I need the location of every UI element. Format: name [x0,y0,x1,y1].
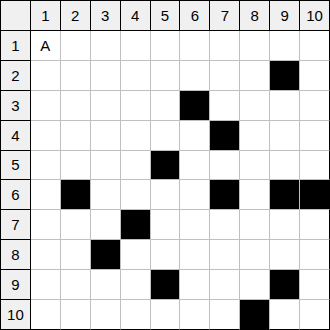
cell-r8c9[interactable] [270,240,300,270]
cell-r3c4[interactable] [121,91,151,121]
cell-r5c9[interactable] [270,151,300,181]
cell-r6c4[interactable] [121,180,151,210]
cell-r5c3[interactable] [91,151,121,181]
cell-r6c2[interactable] [61,180,91,210]
cell-r6c1[interactable] [31,180,61,210]
cell-r2c6[interactable] [180,61,210,91]
cell-r6c3[interactable] [91,180,121,210]
cell-r3c7[interactable] [210,91,240,121]
col-header-8: 8 [240,1,270,31]
cell-r5c2[interactable] [61,151,91,181]
cell-r8c10[interactable] [300,240,330,270]
cell-r5c10[interactable] [300,151,330,181]
col-header-5: 5 [151,1,181,31]
cell-r2c5[interactable] [151,61,181,91]
cell-r4c4[interactable] [121,121,151,151]
cell-r8c8[interactable] [240,240,270,270]
cell-r7c2[interactable] [61,210,91,240]
cell-r3c5[interactable] [151,91,181,121]
cell-r1c1[interactable]: A [31,31,61,61]
cell-r7c4[interactable] [121,210,151,240]
cell-r10c2[interactable] [61,300,91,330]
cell-r2c7[interactable] [210,61,240,91]
row-header-1: 1 [1,31,31,61]
col-header-7: 7 [210,1,240,31]
cell-r7c3[interactable] [91,210,121,240]
col-header-2: 2 [61,1,91,31]
cell-r2c2[interactable] [61,61,91,91]
cell-r10c3[interactable] [91,300,121,330]
cell-r9c7[interactable] [210,270,240,300]
cell-r5c6[interactable] [180,151,210,181]
cell-r7c10[interactable] [300,210,330,240]
col-header-10: 10 [300,1,330,31]
cell-r10c5[interactable] [151,300,181,330]
cell-r1c6[interactable] [180,31,210,61]
cell-r3c9[interactable] [270,91,300,121]
row-header-8: 8 [1,240,31,270]
cell-r1c9[interactable] [270,31,300,61]
cell-r1c7[interactable] [210,31,240,61]
cell-r2c9[interactable] [270,61,300,91]
row-header-6: 6 [1,180,31,210]
cell-r7c7[interactable] [210,210,240,240]
cell-r7c5[interactable] [151,210,181,240]
cell-r4c6[interactable] [180,121,210,151]
cell-r4c3[interactable] [91,121,121,151]
cell-r2c4[interactable] [121,61,151,91]
cell-r9c2[interactable] [61,270,91,300]
cell-r1c10[interactable] [300,31,330,61]
cell-r7c9[interactable] [270,210,300,240]
cell-r3c1[interactable] [31,91,61,121]
cell-r6c8[interactable] [240,180,270,210]
cell-r10c6[interactable] [180,300,210,330]
cell-r9c9[interactable] [270,270,300,300]
cell-r5c1[interactable] [31,151,61,181]
cell-r6c5[interactable] [151,180,181,210]
cell-r5c8[interactable] [240,151,270,181]
cell-r5c7[interactable] [210,151,240,181]
cell-r4c8[interactable] [240,121,270,151]
cell-r6c6[interactable] [180,180,210,210]
cell-r3c6[interactable] [180,91,210,121]
cell-r2c1[interactable] [31,61,61,91]
cell-r8c3[interactable] [91,240,121,270]
cell-r9c3[interactable] [91,270,121,300]
cell-r1c5[interactable] [151,31,181,61]
cell-r4c9[interactable] [270,121,300,151]
cell-r3c2[interactable] [61,91,91,121]
cell-r4c7[interactable] [210,121,240,151]
cell-r4c10[interactable] [300,121,330,151]
cell-r8c5[interactable] [151,240,181,270]
cell-r9c1[interactable] [31,270,61,300]
cell-r10c10[interactable] [300,300,330,330]
row-header-7: 7 [1,210,31,240]
cell-r6c7[interactable] [210,180,240,210]
cell-r2c8[interactable] [240,61,270,91]
cell-r9c5[interactable] [151,270,181,300]
cell-r4c1[interactable] [31,121,61,151]
cell-r8c4[interactable] [121,240,151,270]
puzzle-board: 123456789101A2345678910 [0,0,330,330]
cell-r3c10[interactable] [300,91,330,121]
cell-r10c1[interactable] [31,300,61,330]
cell-r10c8[interactable] [240,300,270,330]
cell-r2c3[interactable] [91,61,121,91]
col-header-6: 6 [180,1,210,31]
cell-r10c7[interactable] [210,300,240,330]
cell-r5c5[interactable] [151,151,181,181]
cell-r8c2[interactable] [61,240,91,270]
cell-r4c5[interactable] [151,121,181,151]
col-header-9: 9 [270,1,300,31]
col-header-4: 4 [121,1,151,31]
cell-r2c10[interactable] [300,61,330,91]
row-header-3: 3 [1,91,31,121]
cell-r1c8[interactable] [240,31,270,61]
row-header-4: 4 [1,121,31,151]
row-header-2: 2 [1,61,31,91]
cell-r9c8[interactable] [240,270,270,300]
cell-r3c8[interactable] [240,91,270,121]
cell-r10c9[interactable] [270,300,300,330]
cell-r7c1[interactable] [31,210,61,240]
row-header-5: 5 [1,151,31,181]
cell-r3c3[interactable] [91,91,121,121]
cell-r1c2[interactable] [61,31,91,61]
cell-r8c6[interactable] [180,240,210,270]
cell-r4c2[interactable] [61,121,91,151]
row-header-10: 10 [1,300,31,330]
cell-r9c4[interactable] [121,270,151,300]
cell-r8c7[interactable] [210,240,240,270]
cell-r9c6[interactable] [180,270,210,300]
col-header-1: 1 [31,1,61,31]
cell-r6c9[interactable] [270,180,300,210]
cell-r7c8[interactable] [240,210,270,240]
cell-r5c4[interactable] [121,151,151,181]
col-header-3: 3 [91,1,121,31]
cell-r7c6[interactable] [180,210,210,240]
cell-r1c4[interactable] [121,31,151,61]
cell-r10c4[interactable] [121,300,151,330]
cell-r1c3[interactable] [91,31,121,61]
corner-cell [1,1,31,31]
cell-r6c10[interactable] [300,180,330,210]
row-header-9: 9 [1,270,31,300]
cell-r9c10[interactable] [300,270,330,300]
cell-r8c1[interactable] [31,240,61,270]
